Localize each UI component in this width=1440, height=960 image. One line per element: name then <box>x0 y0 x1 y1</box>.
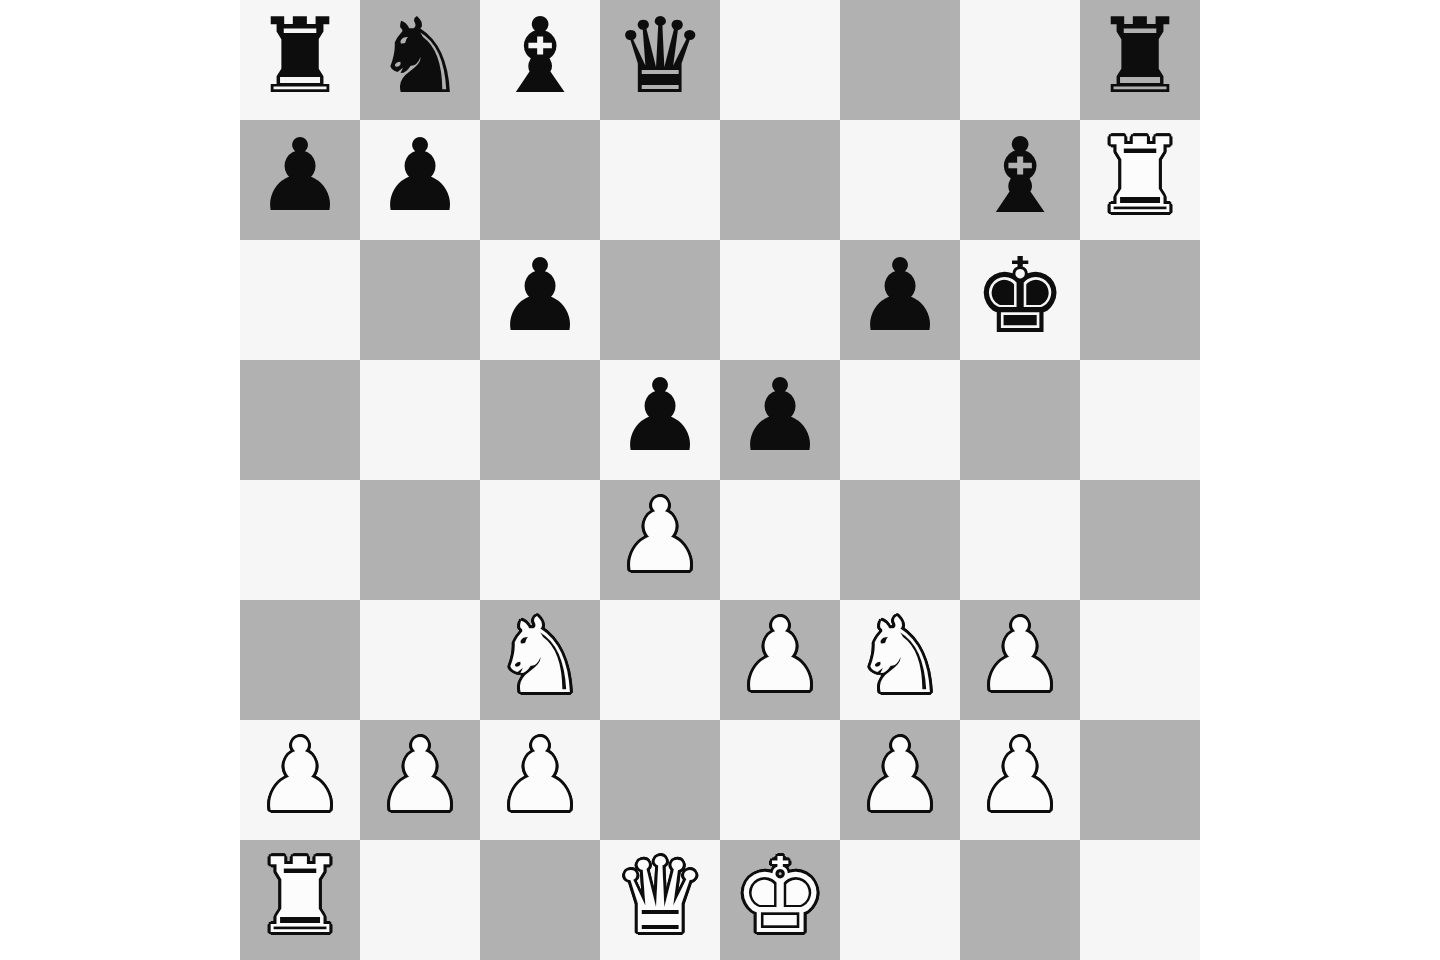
white-knight: ♞ <box>853 596 946 716</box>
square-d1[interactable]: ♛ <box>600 840 720 960</box>
white-pawn: ♟ <box>975 716 1065 836</box>
square-d3[interactable] <box>600 600 720 720</box>
square-e4[interactable] <box>720 480 840 600</box>
black-bishop: ♝ <box>493 0 586 116</box>
square-g5[interactable] <box>960 360 1080 480</box>
white-pawn: ♟ <box>855 716 945 836</box>
black-king: ♚ <box>973 236 1066 356</box>
square-e5[interactable]: ♟ <box>720 360 840 480</box>
black-knight: ♞ <box>373 0 466 116</box>
square-e8[interactable] <box>720 0 840 120</box>
square-h1[interactable] <box>1080 840 1200 960</box>
square-d4[interactable]: ♟ <box>600 480 720 600</box>
square-b7[interactable]: ♟ <box>360 120 480 240</box>
square-b4[interactable] <box>360 480 480 600</box>
square-b1[interactable] <box>360 840 480 960</box>
square-e2[interactable] <box>720 720 840 840</box>
square-d6[interactable] <box>600 240 720 360</box>
square-f6[interactable]: ♟ <box>840 240 960 360</box>
square-b2[interactable]: ♟ <box>360 720 480 840</box>
black-pawn: ♟ <box>615 356 705 476</box>
square-a5[interactable] <box>240 360 360 480</box>
square-e3[interactable]: ♟ <box>720 600 840 720</box>
square-c1[interactable] <box>480 840 600 960</box>
square-f3[interactable]: ♞ <box>840 600 960 720</box>
black-rook: ♜ <box>1093 0 1186 116</box>
square-a7[interactable]: ♟ <box>240 120 360 240</box>
white-pawn: ♟ <box>735 596 825 716</box>
black-pawn: ♟ <box>255 116 345 236</box>
square-c8[interactable]: ♝ <box>480 0 600 120</box>
square-a2[interactable]: ♟ <box>240 720 360 840</box>
square-g8[interactable] <box>960 0 1080 120</box>
black-pawn: ♟ <box>855 236 945 356</box>
square-b8[interactable]: ♞ <box>360 0 480 120</box>
white-pawn: ♟ <box>495 716 585 836</box>
square-g7[interactable]: ♝ <box>960 120 1080 240</box>
square-c7[interactable] <box>480 120 600 240</box>
square-a1[interactable]: ♜ <box>240 840 360 960</box>
square-a8[interactable]: ♜ <box>240 0 360 120</box>
square-e1[interactable]: ♚ <box>720 840 840 960</box>
white-pawn: ♟ <box>255 716 345 836</box>
square-c2[interactable]: ♟ <box>480 720 600 840</box>
square-h5[interactable] <box>1080 360 1200 480</box>
square-g3[interactable]: ♟ <box>960 600 1080 720</box>
page: ♜♞♝♛♜♟♟♝♜♟♟♚♟♟♟♞♟♞♟♟♟♟♟♟♜♛♚ <box>0 0 1440 960</box>
white-pawn: ♟ <box>975 596 1065 716</box>
square-b5[interactable] <box>360 360 480 480</box>
square-f2[interactable]: ♟ <box>840 720 960 840</box>
square-f5[interactable] <box>840 360 960 480</box>
square-a4[interactable] <box>240 480 360 600</box>
white-pawn: ♟ <box>615 476 705 596</box>
square-e6[interactable] <box>720 240 840 360</box>
black-pawn: ♟ <box>735 356 825 476</box>
square-f7[interactable] <box>840 120 960 240</box>
chess-board: ♜♞♝♛♜♟♟♝♜♟♟♚♟♟♟♞♟♞♟♟♟♟♟♟♜♛♚ <box>240 0 1200 960</box>
square-h8[interactable]: ♜ <box>1080 0 1200 120</box>
square-h4[interactable] <box>1080 480 1200 600</box>
square-d8[interactable]: ♛ <box>600 0 720 120</box>
square-b6[interactable] <box>360 240 480 360</box>
black-pawn: ♟ <box>375 116 465 236</box>
square-h7[interactable]: ♜ <box>1080 120 1200 240</box>
square-g4[interactable] <box>960 480 1080 600</box>
square-f1[interactable] <box>840 840 960 960</box>
square-f8[interactable] <box>840 0 960 120</box>
square-d7[interactable] <box>600 120 720 240</box>
white-pawn: ♟ <box>375 716 465 836</box>
white-knight: ♞ <box>493 596 586 716</box>
black-queen: ♛ <box>613 0 706 116</box>
square-h6[interactable] <box>1080 240 1200 360</box>
white-king: ♚ <box>733 836 826 956</box>
white-queen: ♛ <box>613 836 706 956</box>
square-c6[interactable]: ♟ <box>480 240 600 360</box>
square-c5[interactable] <box>480 360 600 480</box>
square-e7[interactable] <box>720 120 840 240</box>
white-rook: ♜ <box>1093 116 1186 236</box>
square-g2[interactable]: ♟ <box>960 720 1080 840</box>
black-pawn: ♟ <box>495 236 585 356</box>
square-a3[interactable] <box>240 600 360 720</box>
square-a6[interactable] <box>240 240 360 360</box>
square-b3[interactable] <box>360 600 480 720</box>
square-g6[interactable]: ♚ <box>960 240 1080 360</box>
square-h3[interactable] <box>1080 600 1200 720</box>
black-rook: ♜ <box>253 0 346 116</box>
square-h2[interactable] <box>1080 720 1200 840</box>
white-rook: ♜ <box>253 836 346 956</box>
square-f4[interactable] <box>840 480 960 600</box>
square-d5[interactable]: ♟ <box>600 360 720 480</box>
square-c3[interactable]: ♞ <box>480 600 600 720</box>
square-g1[interactable] <box>960 840 1080 960</box>
square-d2[interactable] <box>600 720 720 840</box>
square-c4[interactable] <box>480 480 600 600</box>
black-bishop: ♝ <box>973 116 1066 236</box>
